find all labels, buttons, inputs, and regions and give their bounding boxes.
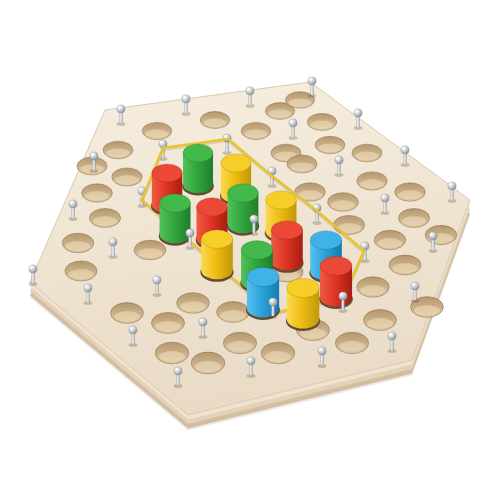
hole-inner-wall	[289, 99, 312, 107]
peg-hole[interactable]	[62, 233, 94, 252]
nail-head	[401, 146, 409, 154]
product-photo-canvas	[0, 0, 500, 500]
nail-head	[182, 95, 190, 103]
hole-inner-wall	[220, 310, 246, 320]
peg-hole[interactable]	[287, 155, 317, 173]
peg-top	[287, 278, 320, 297]
peg-hole[interactable]	[112, 168, 142, 186]
peg-yellow[interactable]	[286, 278, 320, 331]
nail-head	[335, 156, 343, 164]
peg-top	[201, 230, 233, 249]
hole-inner-wall	[398, 190, 422, 199]
peg-top	[221, 154, 251, 172]
nail-head	[153, 276, 161, 284]
hole-inner-wall	[159, 351, 185, 362]
peg-top	[241, 241, 273, 260]
hole-inner-wall	[269, 109, 292, 117]
peg-hole[interactable]	[307, 113, 336, 130]
hole-inner-wall	[318, 143, 341, 152]
nail-head-glint	[319, 348, 321, 350]
peg-hole[interactable]	[142, 122, 172, 139]
hole-inner-wall	[402, 216, 426, 225]
nail-head-glint	[130, 327, 132, 329]
peg-hole[interactable]	[261, 342, 295, 364]
peg-top	[310, 231, 342, 250]
peg-hole[interactable]	[357, 172, 387, 190]
peg-green[interactable]	[159, 194, 192, 246]
hole-inner-wall	[244, 129, 267, 138]
nail-head-glint	[118, 106, 120, 108]
hole-inner-wall	[106, 148, 129, 157]
peg-top	[152, 164, 182, 182]
peg-hole[interactable]	[191, 352, 225, 374]
hole-inner-wall	[195, 361, 221, 372]
peg-red[interactable]	[319, 257, 353, 309]
hole-inner-wall	[355, 151, 378, 160]
peg-yellow[interactable]	[200, 230, 233, 282]
peg-hole[interactable]	[335, 332, 368, 353]
nail-head-glint	[200, 319, 202, 321]
nail-head	[246, 87, 254, 95]
peg-hole[interactable]	[65, 261, 97, 281]
hole-inner-wall	[393, 263, 418, 273]
nail-head-glint	[110, 239, 112, 241]
nail-head	[318, 347, 326, 355]
peg-hole[interactable]	[111, 303, 144, 324]
nail-head-glint	[154, 277, 156, 279]
peg-top	[271, 221, 302, 240]
nail-head	[84, 284, 92, 292]
hole-inner-wall	[414, 305, 440, 315]
nail-head	[69, 200, 77, 208]
nail-head	[174, 367, 182, 375]
peg-top	[183, 144, 213, 162]
hole-inner-wall	[155, 321, 181, 332]
hole-inner-wall	[115, 175, 139, 184]
nail-head	[448, 182, 456, 190]
hole-inner-wall	[360, 179, 384, 188]
nail-head-glint	[91, 153, 93, 155]
peg-top	[228, 184, 259, 202]
peg-hole[interactable]	[364, 310, 397, 331]
nail-head-glint	[314, 205, 316, 207]
nail-head-glint	[389, 333, 391, 335]
nail-head	[109, 238, 117, 246]
nail-head-glint	[309, 78, 311, 80]
nail-head-glint	[160, 141, 162, 143]
peg-hole[interactable]	[217, 302, 250, 323]
hole-inner-wall	[93, 216, 117, 225]
peg-top	[196, 198, 227, 216]
nail-head-glint	[175, 368, 177, 370]
nail-head	[29, 265, 37, 273]
peg-hole[interactable]	[389, 255, 421, 275]
nail-head	[250, 215, 258, 223]
peg-hole[interactable]	[315, 136, 345, 154]
peg-hole[interactable]	[134, 240, 166, 260]
nail-head-glint	[139, 188, 141, 190]
hole-inner-wall	[114, 311, 140, 321]
peg-top	[320, 257, 352, 276]
hole-inner-wall	[331, 200, 355, 209]
nail-head-glint	[251, 216, 253, 218]
peg-hole[interactable]	[395, 183, 426, 201]
nail-head	[308, 77, 316, 85]
nail-head	[117, 105, 125, 113]
hole-inner-wall	[180, 301, 205, 311]
nail-head	[411, 282, 419, 290]
peg-hole[interactable]	[352, 144, 382, 162]
peg-red[interactable]	[270, 221, 303, 273]
nail-head	[129, 326, 137, 334]
nail-head-glint	[382, 195, 384, 197]
peg-hole[interactable]	[155, 342, 189, 364]
nail-head	[269, 298, 277, 306]
peg-hole[interactable]	[103, 141, 133, 159]
hole-inner-wall	[265, 351, 291, 362]
peg-hole[interactable]	[357, 277, 389, 297]
peg-top	[266, 191, 297, 209]
nail-head-glint	[187, 230, 189, 232]
nail-head-glint	[355, 110, 357, 112]
peg-hole[interactable]	[328, 193, 359, 212]
peg-hole[interactable]	[374, 230, 406, 249]
nail-head-glint	[70, 201, 72, 203]
nail-head-glint	[430, 233, 432, 235]
nail-head-glint	[269, 168, 271, 170]
pegboard-scene	[0, 0, 500, 500]
nail-head	[90, 152, 98, 160]
peg-top	[160, 194, 191, 212]
nail-head-glint	[336, 157, 338, 159]
nail-head	[429, 232, 437, 240]
peg-hole[interactable]	[82, 184, 113, 202]
nail-head	[199, 318, 207, 326]
peg-hole[interactable]	[286, 92, 315, 109]
nail-head-glint	[183, 96, 185, 98]
nail-head-glint	[340, 293, 342, 295]
peg-hole[interactable]	[177, 293, 210, 314]
nail-head-glint	[449, 183, 451, 185]
nail-head	[339, 292, 347, 300]
nail-head	[354, 109, 362, 117]
nail-head-glint	[248, 358, 250, 360]
nail-head	[388, 332, 396, 340]
peg-hole[interactable]	[200, 112, 229, 129]
hole-inner-wall	[360, 285, 385, 295]
nail-head	[381, 194, 389, 202]
hole-inner-wall	[204, 118, 227, 127]
hole-inner-wall	[311, 120, 334, 129]
peg-blue[interactable]	[246, 267, 280, 320]
hole-inner-wall	[378, 238, 403, 248]
peg-hole[interactable]	[89, 209, 120, 228]
nail-head	[289, 119, 297, 127]
peg-hole[interactable]	[398, 209, 429, 228]
hole-inner-wall	[66, 241, 91, 251]
hole-inner-wall	[85, 191, 109, 200]
hole-inner-wall	[290, 162, 314, 171]
peg-top	[247, 267, 279, 286]
nail-head	[186, 229, 194, 237]
nail-head-glint	[412, 283, 414, 285]
hole-inner-wall	[227, 341, 253, 352]
nail-head	[247, 357, 255, 365]
peg-hole[interactable]	[241, 122, 271, 139]
hole-inner-wall	[68, 269, 93, 279]
hole-inner-wall	[145, 129, 168, 138]
nail-head-glint	[290, 120, 292, 122]
nail-head-glint	[85, 285, 87, 287]
peg-green[interactable]	[182, 144, 214, 196]
nail-head-glint	[402, 147, 404, 149]
nail-head-glint	[362, 243, 364, 245]
hole-inner-wall	[367, 318, 393, 329]
peg-hole[interactable]	[223, 332, 256, 353]
nail-head-glint	[224, 135, 226, 137]
peg-hole[interactable]	[151, 312, 184, 333]
nail-head-glint	[270, 299, 272, 301]
hole-inner-wall	[339, 341, 365, 352]
nail-head-glint	[30, 266, 32, 268]
hole-inner-wall	[138, 248, 163, 258]
nail-head-glint	[247, 88, 249, 90]
